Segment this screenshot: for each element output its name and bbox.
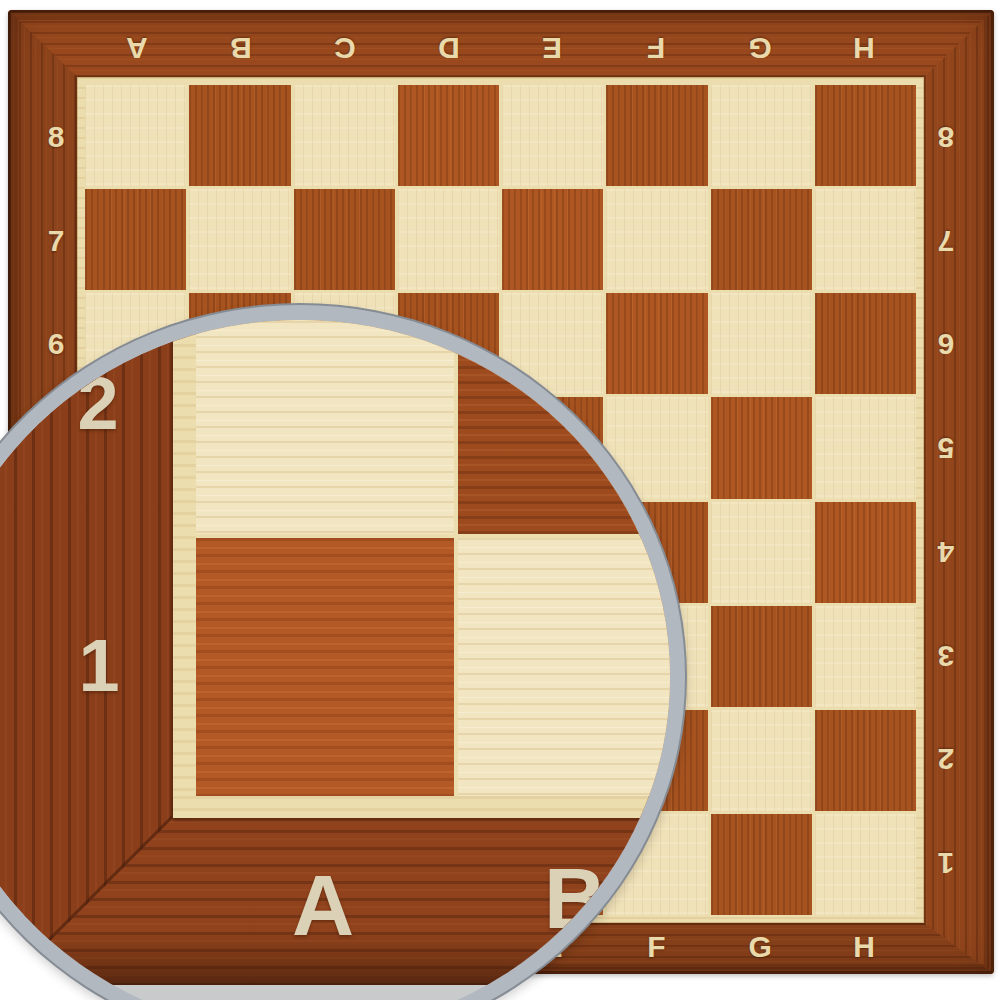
square-f6	[606, 293, 707, 394]
square-f7	[606, 189, 707, 290]
square-g3	[711, 606, 812, 707]
square-d8	[398, 85, 499, 186]
coord-right-5: 5	[938, 431, 955, 465]
coord-bottom-f: F	[647, 930, 665, 964]
coord-right-4: 4	[938, 535, 955, 569]
square-b8	[189, 85, 290, 186]
magnified-square-b1	[458, 538, 670, 796]
square-h3	[815, 606, 916, 707]
magnified-inlay-strip-horizontal	[173, 796, 670, 818]
coord-top-c: C	[334, 31, 356, 65]
square-g8	[711, 85, 812, 186]
square-g6	[711, 293, 812, 394]
coord-top-g: G	[749, 31, 772, 65]
coord-top-a: A	[126, 31, 148, 65]
square-h7	[815, 189, 916, 290]
magnified-coord-rank-2: 2	[77, 361, 118, 446]
coord-top-e: E	[542, 31, 562, 65]
square-a7	[85, 189, 186, 290]
coord-bottom-h: H	[853, 930, 875, 964]
coord-right-6: 6	[938, 327, 955, 361]
square-a8	[85, 85, 186, 186]
square-h5	[815, 397, 916, 498]
coord-bottom-g: G	[749, 930, 772, 964]
coord-right-2: 2	[938, 742, 955, 776]
coord-right-3: 3	[938, 639, 955, 673]
coord-top-d: D	[438, 31, 460, 65]
coord-right-7: 7	[938, 224, 955, 258]
square-g4	[711, 502, 812, 603]
square-g1	[711, 814, 812, 915]
magnified-inlay-strip-vertical	[173, 320, 196, 818]
square-g2	[711, 710, 812, 811]
square-h1	[815, 814, 916, 915]
coord-right-8: 8	[938, 120, 955, 154]
magnified-coord-rank-1: 1	[78, 623, 119, 708]
square-h4	[815, 502, 916, 603]
square-f8	[606, 85, 707, 186]
square-e8	[502, 85, 603, 186]
magnified-coord-file-a: A	[292, 856, 354, 955]
chessboard-product-photo: ABCDEFGHABCDEFGH8765432187654321 2 1 A B	[0, 0, 1000, 1000]
square-d7	[398, 189, 499, 290]
coord-top-b: B	[230, 31, 252, 65]
coord-left-8: 8	[48, 120, 65, 154]
square-h6	[815, 293, 916, 394]
square-e7	[502, 189, 603, 290]
square-h2	[815, 710, 916, 811]
square-c8	[294, 85, 395, 186]
square-g5	[711, 397, 812, 498]
coord-left-7: 7	[48, 224, 65, 258]
square-c7	[294, 189, 395, 290]
magnified-square-a1	[196, 538, 454, 796]
coord-right-1: 1	[938, 846, 955, 880]
coord-top-f: F	[647, 31, 665, 65]
coord-top-h: H	[853, 31, 875, 65]
magnified-square-a2	[196, 305, 454, 534]
coord-left-6: 6	[48, 327, 65, 361]
square-b7	[189, 189, 290, 290]
square-h8	[815, 85, 916, 186]
square-g7	[711, 189, 812, 290]
magnifier-content: 2 1 A B	[0, 320, 670, 1000]
